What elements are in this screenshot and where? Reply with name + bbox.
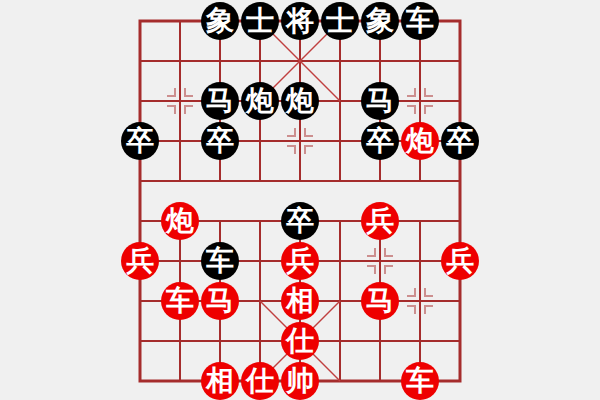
piece-black-elephant[interactable]: 象 bbox=[361, 2, 399, 40]
piece-red-cannon[interactable]: 炮 bbox=[401, 122, 439, 160]
piece-black-general[interactable]: 将 bbox=[281, 2, 319, 40]
piece-black-soldier[interactable]: 卒 bbox=[201, 122, 239, 160]
piece-black-cannon[interactable]: 炮 bbox=[281, 82, 319, 120]
piece-black-soldier[interactable]: 卒 bbox=[281, 202, 319, 240]
piece-black-soldier[interactable]: 卒 bbox=[441, 122, 479, 160]
piece-red-elephant[interactable]: 相 bbox=[201, 362, 239, 400]
piece-red-general[interactable]: 帅 bbox=[281, 362, 319, 400]
piece-black-advisor[interactable]: 士 bbox=[241, 2, 279, 40]
piece-black-horse[interactable]: 马 bbox=[201, 82, 239, 120]
piece-black-soldier[interactable]: 卒 bbox=[361, 122, 399, 160]
piece-red-cannon[interactable]: 炮 bbox=[161, 202, 199, 240]
piece-red-advisor[interactable]: 仕 bbox=[281, 322, 319, 360]
piece-black-chariot[interactable]: 车 bbox=[401, 2, 439, 40]
piece-black-elephant[interactable]: 象 bbox=[201, 2, 239, 40]
pieces-layer: 象士将士象车马炮炮马卒卒卒炮卒炮卒兵兵车兵兵车马相马仕相仕帅车 bbox=[120, 1, 480, 400]
piece-black-advisor[interactable]: 士 bbox=[321, 2, 359, 40]
piece-red-soldier[interactable]: 兵 bbox=[121, 242, 159, 280]
piece-red-horse[interactable]: 马 bbox=[201, 282, 239, 320]
piece-red-horse[interactable]: 马 bbox=[361, 282, 399, 320]
piece-red-chariot[interactable]: 车 bbox=[401, 362, 439, 400]
piece-red-chariot[interactable]: 车 bbox=[161, 282, 199, 320]
piece-black-horse[interactable]: 马 bbox=[361, 82, 399, 120]
piece-red-soldier[interactable]: 兵 bbox=[441, 242, 479, 280]
piece-red-elephant[interactable]: 相 bbox=[281, 282, 319, 320]
piece-black-soldier[interactable]: 卒 bbox=[121, 122, 159, 160]
piece-black-chariot[interactable]: 车 bbox=[201, 242, 239, 280]
piece-red-soldier[interactable]: 兵 bbox=[281, 242, 319, 280]
piece-black-cannon[interactable]: 炮 bbox=[241, 82, 279, 120]
piece-red-advisor[interactable]: 仕 bbox=[241, 362, 279, 400]
xiangqi-board: 象士将士象车马炮炮马卒卒卒炮卒炮卒兵兵车兵兵车马相马仕相仕帅车 bbox=[0, 0, 600, 400]
piece-red-soldier[interactable]: 兵 bbox=[361, 202, 399, 240]
